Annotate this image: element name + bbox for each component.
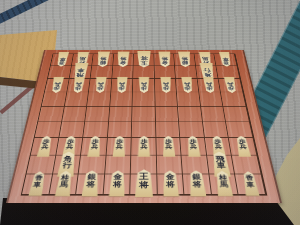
square[interactable] bbox=[155, 106, 179, 121]
square[interactable] bbox=[155, 92, 178, 106]
piece-pawn-gote[interactable]: 歩兵 bbox=[138, 77, 149, 93]
piece-kanji: 車 bbox=[216, 162, 226, 169]
square[interactable] bbox=[107, 122, 132, 138]
piece-kanji: 兵 bbox=[227, 82, 234, 86]
piece-kanji: 香 bbox=[58, 61, 65, 65]
square[interactable] bbox=[178, 106, 203, 121]
piece-kanji: 兵 bbox=[54, 82, 61, 86]
piece-kanji: 兵 bbox=[239, 144, 247, 150]
piece-kanji: 歩 bbox=[119, 86, 126, 90]
square[interactable] bbox=[83, 122, 109, 138]
piece-kanji: 銀 bbox=[182, 61, 189, 65]
square[interactable] bbox=[48, 66, 72, 79]
piece-kanji: 車 bbox=[246, 181, 255, 187]
square[interactable] bbox=[62, 106, 87, 121]
piece-kanji: 兵 bbox=[141, 82, 147, 86]
piece-kanji: 将 bbox=[181, 56, 188, 60]
square[interactable] bbox=[179, 122, 205, 138]
piece-kanji: 兵 bbox=[41, 144, 49, 150]
square[interactable] bbox=[154, 66, 176, 79]
piece-kanji: 金 bbox=[161, 61, 168, 65]
piece-kanji: 兵 bbox=[91, 144, 99, 150]
piece-kanji: 香 bbox=[223, 61, 230, 65]
square[interactable] bbox=[91, 66, 113, 79]
piece-kanji: 行 bbox=[62, 162, 72, 169]
piece-kanji: 銀 bbox=[99, 61, 106, 65]
piece-kanji: 歩 bbox=[184, 86, 191, 90]
piece-kanji: 将 bbox=[140, 56, 147, 61]
square[interactable] bbox=[109, 106, 133, 121]
piece-kanji: 兵 bbox=[119, 82, 125, 86]
piece-kanji: 歩 bbox=[53, 86, 60, 90]
square[interactable] bbox=[42, 92, 67, 106]
piece-kanji: 兵 bbox=[97, 82, 104, 86]
piece-kanji: 兵 bbox=[184, 82, 191, 86]
piece-kanji: 行 bbox=[203, 68, 211, 73]
piece-kanji: 将 bbox=[113, 181, 122, 188]
square[interactable] bbox=[226, 122, 253, 138]
piece-kanji: 歩 bbox=[75, 86, 82, 90]
square[interactable] bbox=[217, 66, 241, 79]
square[interactable] bbox=[64, 92, 89, 106]
piece-kanji: 将 bbox=[120, 56, 127, 60]
square[interactable] bbox=[175, 66, 197, 79]
piece-kanji: 兵 bbox=[165, 144, 172, 150]
piece-kanji: 歩 bbox=[206, 86, 213, 90]
square[interactable] bbox=[232, 156, 261, 175]
board-grid: 香車桂馬銀将金将玉将金将銀将桂馬香車飛車角行歩兵歩兵歩兵歩兵歩兵歩兵歩兵歩兵歩兵… bbox=[21, 54, 268, 196]
piece-kanji: 車 bbox=[77, 68, 85, 73]
square[interactable] bbox=[133, 92, 156, 106]
square[interactable] bbox=[85, 106, 110, 121]
piece-kanji: 兵 bbox=[162, 82, 168, 86]
square[interactable] bbox=[177, 92, 201, 106]
photo-scene: 香車桂馬銀将金将玉将金将銀将桂馬香車飛車角行歩兵歩兵歩兵歩兵歩兵歩兵歩兵歩兵歩兵… bbox=[0, 0, 300, 225]
piece-kanji: 馬 bbox=[202, 57, 209, 61]
square[interactable] bbox=[199, 92, 224, 106]
square[interactable] bbox=[112, 66, 134, 79]
piece-kanji: 兵 bbox=[214, 144, 222, 150]
square[interactable] bbox=[133, 66, 154, 79]
piece-kanji: 車 bbox=[59, 57, 66, 61]
square[interactable] bbox=[26, 156, 55, 175]
square[interactable] bbox=[203, 122, 229, 138]
square[interactable] bbox=[132, 106, 156, 121]
piece-kanji: 将 bbox=[139, 181, 149, 189]
piece-kanji: 兵 bbox=[76, 82, 83, 86]
piece-kanji: 金 bbox=[120, 61, 127, 65]
piece-kanji: 馬 bbox=[59, 181, 68, 188]
piece-kanji: 歩 bbox=[163, 86, 170, 90]
square[interactable] bbox=[35, 122, 62, 138]
square[interactable] bbox=[201, 106, 226, 121]
square[interactable] bbox=[59, 122, 85, 138]
piece-kanji: 歩 bbox=[97, 86, 104, 90]
square[interactable] bbox=[224, 106, 250, 121]
piece-kanji: 兵 bbox=[115, 144, 122, 150]
piece-kanji: 兵 bbox=[190, 144, 198, 150]
square[interactable] bbox=[87, 92, 111, 106]
square[interactable] bbox=[38, 106, 64, 121]
square[interactable] bbox=[221, 92, 246, 106]
piece-kanji: 馬 bbox=[219, 181, 228, 188]
square[interactable] bbox=[156, 122, 181, 138]
piece-kanji: 兵 bbox=[140, 144, 147, 150]
piece-kanji: 馬 bbox=[79, 57, 86, 61]
piece-kanji: 将 bbox=[166, 181, 175, 188]
shogi-board[interactable]: 香車桂馬銀将金将玉将金将銀将桂馬香車飛車角行歩兵歩兵歩兵歩兵歩兵歩兵歩兵歩兵歩兵… bbox=[6, 50, 282, 203]
piece-kanji: 将 bbox=[193, 181, 202, 188]
square[interactable] bbox=[110, 92, 133, 106]
square[interactable] bbox=[132, 122, 156, 138]
piece-kanji: 車 bbox=[222, 57, 229, 61]
piece-kanji: 車 bbox=[33, 181, 42, 187]
piece-kanji: 兵 bbox=[205, 82, 212, 86]
piece-kanji: 歩 bbox=[141, 86, 147, 90]
piece-kanji: 兵 bbox=[66, 144, 74, 150]
piece-kanji: 将 bbox=[100, 56, 107, 60]
piece-kanji: 将 bbox=[86, 181, 95, 188]
piece-kanji: 歩 bbox=[228, 86, 235, 90]
piece-kanji: 将 bbox=[161, 56, 168, 60]
piece-kanji: 玉 bbox=[140, 60, 148, 65]
